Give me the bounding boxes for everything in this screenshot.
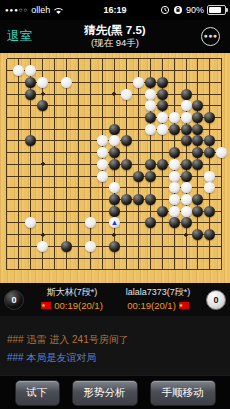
- board-cell-c2r5[interactable]: [25, 112, 37, 124]
- board-cell-c10r8[interactable]: [120, 147, 132, 159]
- board-cell-c14r7[interactable]: [168, 135, 180, 147]
- board-cell-c0r12[interactable]: [1, 194, 13, 206]
- board-cell-c4r8[interactable]: [49, 147, 61, 159]
- board-cell-c12r3[interactable]: [144, 88, 156, 100]
- board-cell-c15r12[interactable]: [180, 194, 192, 206]
- board-cell-c16r1[interactable]: [192, 65, 204, 77]
- board-cell-c18r4[interactable]: [216, 100, 228, 112]
- board-cell-c8r8[interactable]: [97, 147, 109, 159]
- board-cell-c14r1[interactable]: [168, 65, 180, 77]
- board-cell-c13r9[interactable]: [156, 158, 168, 170]
- board-cell-c7r15[interactable]: [85, 229, 97, 241]
- board-cell-c3r0[interactable]: [37, 53, 49, 65]
- board-cell-c7r12[interactable]: [85, 194, 97, 206]
- board-cell-c5r17[interactable]: [61, 252, 73, 264]
- board-cell-c14r18[interactable]: [168, 264, 180, 276]
- board-cell-c17r0[interactable]: [204, 53, 216, 65]
- board-cell-c15r2[interactable]: [180, 76, 192, 88]
- board-cell-c10r15[interactable]: [120, 229, 132, 241]
- board-cell-c12r15[interactable]: [144, 229, 156, 241]
- board-cell-c3r16[interactable]: [37, 241, 49, 253]
- board-cell-c18r14[interactable]: [216, 217, 228, 229]
- board-cell-c18r18[interactable]: [216, 264, 228, 276]
- board-cell-c8r9[interactable]: [97, 158, 109, 170]
- board-cell-c7r11[interactable]: [85, 182, 97, 194]
- board-cell-c16r0[interactable]: [192, 53, 204, 65]
- board-cell-c15r10[interactable]: [180, 170, 192, 182]
- board-cell-c3r8[interactable]: [37, 147, 49, 159]
- board-cell-c17r7[interactable]: [204, 135, 216, 147]
- board-cell-c1r8[interactable]: [13, 147, 25, 159]
- board-cell-c10r13[interactable]: [120, 205, 132, 217]
- board-cell-c4r15[interactable]: [49, 229, 61, 241]
- board-cell-c5r3[interactable]: [61, 88, 73, 100]
- board-cell-c13r15[interactable]: [156, 229, 168, 241]
- board-cell-c1r12[interactable]: [13, 194, 25, 206]
- board-cell-c8r12[interactable]: [97, 194, 109, 206]
- board-cell-c9r5[interactable]: [108, 112, 120, 124]
- board-cell-c17r15[interactable]: [204, 229, 216, 241]
- board-cell-c0r4[interactable]: [1, 100, 13, 112]
- board-cell-c5r6[interactable]: [61, 123, 73, 135]
- board-cell-c15r4[interactable]: [180, 100, 192, 112]
- board-cell-c12r6[interactable]: [144, 123, 156, 135]
- board-cell-c13r0[interactable]: [156, 53, 168, 65]
- board-cell-c3r18[interactable]: [37, 264, 49, 276]
- board-cell-c18r13[interactable]: [216, 205, 228, 217]
- board-cell-c10r17[interactable]: [120, 252, 132, 264]
- board-cell-c14r13[interactable]: [168, 205, 180, 217]
- board-cell-c16r14[interactable]: [192, 217, 204, 229]
- board-cell-c10r11[interactable]: [120, 182, 132, 194]
- board-cell-c9r4[interactable]: [108, 100, 120, 112]
- move-order-button[interactable]: 手顺移动: [150, 380, 216, 406]
- board-cell-c10r16[interactable]: [120, 241, 132, 253]
- board-cell-c5r16[interactable]: [61, 241, 73, 253]
- board-cell-c16r7[interactable]: [192, 135, 204, 147]
- board-cell-c6r2[interactable]: [73, 76, 85, 88]
- board-cell-c15r9[interactable]: [180, 158, 192, 170]
- board-cell-c4r9[interactable]: [49, 158, 61, 170]
- board-cell-c9r10[interactable]: [108, 170, 120, 182]
- board-cell-c5r9[interactable]: [61, 158, 73, 170]
- board-cell-c13r12[interactable]: [156, 194, 168, 206]
- board-cell-c15r0[interactable]: [180, 53, 192, 65]
- board-cell-c14r3[interactable]: [168, 88, 180, 100]
- board-cell-c18r1[interactable]: [216, 65, 228, 77]
- board-cell-c18r6[interactable]: [216, 123, 228, 135]
- board-cell-c9r16[interactable]: [108, 241, 120, 253]
- board-cell-c15r7[interactable]: [180, 135, 192, 147]
- board-cell-c11r2[interactable]: [132, 76, 144, 88]
- board-cell-c0r0[interactable]: [1, 53, 13, 65]
- board-cell-c5r11[interactable]: [61, 182, 73, 194]
- board-cell-c11r9[interactable]: [132, 158, 144, 170]
- board-cell-c14r16[interactable]: [168, 241, 180, 253]
- chat-bubble-icon[interactable]: ●●●: [201, 27, 220, 46]
- board-cell-c5r4[interactable]: [61, 100, 73, 112]
- board-cell-c16r8[interactable]: [192, 147, 204, 159]
- board-cell-c13r5[interactable]: [156, 112, 168, 124]
- board-cell-c12r1[interactable]: [144, 65, 156, 77]
- board-cell-c13r7[interactable]: [156, 135, 168, 147]
- board-cell-c12r2[interactable]: [144, 76, 156, 88]
- board-cell-c2r14[interactable]: [25, 217, 37, 229]
- board-cell-c8r3[interactable]: [97, 88, 109, 100]
- board-cell-c12r12[interactable]: [144, 194, 156, 206]
- board-cell-c18r12[interactable]: [216, 194, 228, 206]
- board-cell-c17r3[interactable]: [204, 88, 216, 100]
- board-cell-c4r14[interactable]: [49, 217, 61, 229]
- board-cell-c4r4[interactable]: [49, 100, 61, 112]
- board-cell-c5r8[interactable]: [61, 147, 73, 159]
- board-cell-c0r11[interactable]: [1, 182, 13, 194]
- board-cell-c9r15[interactable]: [108, 229, 120, 241]
- board-cell-c6r10[interactable]: [73, 170, 85, 182]
- board-cell-c13r4[interactable]: [156, 100, 168, 112]
- board-cell-c1r15[interactable]: [13, 229, 25, 241]
- board-cell-c0r9[interactable]: [1, 158, 13, 170]
- board-cell-c4r10[interactable]: [49, 170, 61, 182]
- board-cell-c11r5[interactable]: [132, 112, 144, 124]
- board-cell-c3r10[interactable]: [37, 170, 49, 182]
- board-cell-c11r10[interactable]: [132, 170, 144, 182]
- board-cell-c3r15[interactable]: [37, 229, 49, 241]
- board-cell-c2r10[interactable]: [25, 170, 37, 182]
- board-cell-c17r11[interactable]: [204, 182, 216, 194]
- board-cell-c16r11[interactable]: [192, 182, 204, 194]
- board-cell-c6r14[interactable]: [73, 217, 85, 229]
- board-cell-c11r15[interactable]: [132, 229, 144, 241]
- board-cell-c16r5[interactable]: [192, 112, 204, 124]
- board-cell-c14r4[interactable]: [168, 100, 180, 112]
- board-cell-c17r1[interactable]: [204, 65, 216, 77]
- board-cell-c4r6[interactable]: [49, 123, 61, 135]
- board-cell-c4r17[interactable]: [49, 252, 61, 264]
- board-cell-c3r7[interactable]: [37, 135, 49, 147]
- board-cell-c7r8[interactable]: [85, 147, 97, 159]
- board-cell-c2r2[interactable]: [25, 76, 37, 88]
- board-cell-c9r0[interactable]: [108, 53, 120, 65]
- board-cell-c16r2[interactable]: [192, 76, 204, 88]
- board-cell-c18r16[interactable]: [216, 241, 228, 253]
- board-cell-c2r3[interactable]: [25, 88, 37, 100]
- board-cell-c0r18[interactable]: [1, 264, 13, 276]
- board-cell-c11r4[interactable]: [132, 100, 144, 112]
- board-cell-c17r5[interactable]: [204, 112, 216, 124]
- board-cell-c0r15[interactable]: [1, 229, 13, 241]
- board-cell-c10r3[interactable]: [120, 88, 132, 100]
- board-cell-c5r7[interactable]: [61, 135, 73, 147]
- board-cell-c13r11[interactable]: [156, 182, 168, 194]
- board-cell-c10r9[interactable]: [120, 158, 132, 170]
- board-cell-c12r16[interactable]: [144, 241, 156, 253]
- board-cell-c11r6[interactable]: [132, 123, 144, 135]
- board-cell-c14r8[interactable]: [168, 147, 180, 159]
- board-cell-c9r17[interactable]: [108, 252, 120, 264]
- board-cell-c9r8[interactable]: [108, 147, 120, 159]
- board-cell-c11r16[interactable]: [132, 241, 144, 253]
- board-cell-c11r0[interactable]: [132, 53, 144, 65]
- board-cell-c7r9[interactable]: [85, 158, 97, 170]
- board-cell-c0r5[interactable]: [1, 112, 13, 124]
- board-cell-c0r14[interactable]: [1, 217, 13, 229]
- board-cell-c8r4[interactable]: [97, 100, 109, 112]
- board-cell-c9r13[interactable]: [108, 205, 120, 217]
- board-cell-c14r15[interactable]: [168, 229, 180, 241]
- board-cell-c1r10[interactable]: [13, 170, 25, 182]
- board-cell-c6r7[interactable]: [73, 135, 85, 147]
- board-cell-c12r9[interactable]: [144, 158, 156, 170]
- board-cell-c0r1[interactable]: [1, 65, 13, 77]
- board-cell-c4r0[interactable]: [49, 53, 61, 65]
- board-cell-c0r10[interactable]: [1, 170, 13, 182]
- board-cell-c18r2[interactable]: [216, 76, 228, 88]
- board-cell-c15r6[interactable]: [180, 123, 192, 135]
- board-cell-c2r13[interactable]: [25, 205, 37, 217]
- board-cell-c9r3[interactable]: [108, 88, 120, 100]
- board-cell-c9r12[interactable]: [108, 194, 120, 206]
- board-cell-c13r3[interactable]: [156, 88, 168, 100]
- board-cell-c16r4[interactable]: [192, 100, 204, 112]
- board-cell-c14r11[interactable]: [168, 182, 180, 194]
- board-cell-c14r10[interactable]: [168, 170, 180, 182]
- board-cell-c6r6[interactable]: [73, 123, 85, 135]
- board-cell-c7r1[interactable]: [85, 65, 97, 77]
- board-cell-c14r2[interactable]: [168, 76, 180, 88]
- board-cell-c6r8[interactable]: [73, 147, 85, 159]
- board-cell-c13r10[interactable]: [156, 170, 168, 182]
- board-cell-c14r9[interactable]: [168, 158, 180, 170]
- board-cell-c4r1[interactable]: [49, 65, 61, 77]
- board-cell-c3r2[interactable]: [37, 76, 49, 88]
- board-cell-c0r2[interactable]: [1, 76, 13, 88]
- board-cell-c5r13[interactable]: [61, 205, 73, 217]
- board-cell-c13r2[interactable]: [156, 76, 168, 88]
- board-cell-c17r2[interactable]: [204, 76, 216, 88]
- board-cell-c12r17[interactable]: [144, 252, 156, 264]
- board-cell-c2r11[interactable]: [25, 182, 37, 194]
- board-cell-c7r18[interactable]: [85, 264, 97, 276]
- board-cell-c8r17[interactable]: [97, 252, 109, 264]
- board-cell-c6r0[interactable]: [73, 53, 85, 65]
- board-cell-c16r12[interactable]: [192, 194, 204, 206]
- board-cell-c12r0[interactable]: [144, 53, 156, 65]
- board-cell-c11r12[interactable]: [132, 194, 144, 206]
- board-cell-c9r2[interactable]: [108, 76, 120, 88]
- board-cell-c9r1[interactable]: [108, 65, 120, 77]
- board-cell-c11r8[interactable]: [132, 147, 144, 159]
- board-cell-c7r6[interactable]: [85, 123, 97, 135]
- board-cell-c17r10[interactable]: [204, 170, 216, 182]
- board-cell-c1r7[interactable]: [13, 135, 25, 147]
- board-cell-c5r0[interactable]: [61, 53, 73, 65]
- board-cell-c6r17[interactable]: [73, 252, 85, 264]
- board-cell-c3r11[interactable]: [37, 182, 49, 194]
- board-cell-c3r4[interactable]: [37, 100, 49, 112]
- board-cell-c9r7[interactable]: [108, 135, 120, 147]
- board-cell-c7r5[interactable]: [85, 112, 97, 124]
- board-cell-c10r10[interactable]: [120, 170, 132, 182]
- board-cell-c2r17[interactable]: [25, 252, 37, 264]
- board-cell-c6r15[interactable]: [73, 229, 85, 241]
- board-cell-c8r14[interactable]: [97, 217, 109, 229]
- board-cell-c2r4[interactable]: [25, 100, 37, 112]
- board-cell-c7r14[interactable]: [85, 217, 97, 229]
- board-cell-c13r6[interactable]: [156, 123, 168, 135]
- board-cell-c4r11[interactable]: [49, 182, 61, 194]
- board-cell-c10r12[interactable]: [120, 194, 132, 206]
- board-cell-c13r14[interactable]: [156, 217, 168, 229]
- board-cell-c7r13[interactable]: [85, 205, 97, 217]
- board-cell-c14r6[interactable]: [168, 123, 180, 135]
- board-cell-c16r16[interactable]: [192, 241, 204, 253]
- board-cell-c1r6[interactable]: [13, 123, 25, 135]
- board-cell-c0r16[interactable]: [1, 241, 13, 253]
- board-cell-c9r18[interactable]: [108, 264, 120, 276]
- board-cell-c15r1[interactable]: [180, 65, 192, 77]
- board-cell-c15r5[interactable]: [180, 112, 192, 124]
- board-cell-c8r18[interactable]: [97, 264, 109, 276]
- board-cell-c5r10[interactable]: [61, 170, 73, 182]
- board-cell-c5r12[interactable]: [61, 194, 73, 206]
- board-cell-c8r2[interactable]: [97, 76, 109, 88]
- board-cell-c18r9[interactable]: [216, 158, 228, 170]
- board-cell-c10r7[interactable]: [120, 135, 132, 147]
- board-cell-c5r18[interactable]: [61, 264, 73, 276]
- board-cell-c12r4[interactable]: [144, 100, 156, 112]
- board-cell-c0r3[interactable]: [1, 88, 13, 100]
- board-cell-c1r2[interactable]: [13, 76, 25, 88]
- board-cell-c11r14[interactable]: [132, 217, 144, 229]
- board-cell-c5r15[interactable]: [61, 229, 73, 241]
- board-cell-c4r12[interactable]: [49, 194, 61, 206]
- exit-room-button[interactable]: 退室: [7, 28, 32, 45]
- board-cell-c1r17[interactable]: [13, 252, 25, 264]
- board-cell-c15r14[interactable]: [180, 217, 192, 229]
- board-cell-c10r0[interactable]: [120, 53, 132, 65]
- board-cell-c12r5[interactable]: [144, 112, 156, 124]
- board-cell-c8r16[interactable]: [97, 241, 109, 253]
- board-cell-c12r14[interactable]: [144, 217, 156, 229]
- board-cell-c17r13[interactable]: [204, 205, 216, 217]
- board-cell-c5r14[interactable]: [61, 217, 73, 229]
- board-cell-c3r3[interactable]: [37, 88, 49, 100]
- board-cell-c0r13[interactable]: [1, 205, 13, 217]
- board-cell-c6r13[interactable]: [73, 205, 85, 217]
- board-cell-c11r17[interactable]: [132, 252, 144, 264]
- board-cell-c6r9[interactable]: [73, 158, 85, 170]
- board-cell-c12r11[interactable]: [144, 182, 156, 194]
- board-cell-c1r5[interactable]: [13, 112, 25, 124]
- board-cell-c7r17[interactable]: [85, 252, 97, 264]
- board-cell-c6r11[interactable]: [73, 182, 85, 194]
- board-cell-c13r18[interactable]: [156, 264, 168, 276]
- board-cell-c4r7[interactable]: [49, 135, 61, 147]
- board-cell-c7r10[interactable]: [85, 170, 97, 182]
- board-cell-c10r14[interactable]: [120, 217, 132, 229]
- board-cell-c16r3[interactable]: [192, 88, 204, 100]
- board-cell-c4r2[interactable]: [49, 76, 61, 88]
- board-cell-c3r17[interactable]: [37, 252, 49, 264]
- board-cell-c13r1[interactable]: [156, 65, 168, 77]
- board-cell-c0r17[interactable]: [1, 252, 13, 264]
- board-cell-c3r5[interactable]: [37, 112, 49, 124]
- board-cell-c10r2[interactable]: [120, 76, 132, 88]
- board-cell-c16r17[interactable]: [192, 252, 204, 264]
- board-cell-c10r4[interactable]: [120, 100, 132, 112]
- board-cell-c16r9[interactable]: [192, 158, 204, 170]
- board-cell-c2r9[interactable]: [25, 158, 37, 170]
- board-cell-c7r7[interactable]: [85, 135, 97, 147]
- board-cell-c6r16[interactable]: [73, 241, 85, 253]
- board-cell-c1r0[interactable]: [13, 53, 25, 65]
- board-cell-c14r12[interactable]: [168, 194, 180, 206]
- board-cell-c17r16[interactable]: [204, 241, 216, 253]
- board-cell-c18r3[interactable]: [216, 88, 228, 100]
- board-cell-c7r2[interactable]: [85, 76, 97, 88]
- board-cell-c3r12[interactable]: [37, 194, 49, 206]
- board-cell-c4r5[interactable]: [49, 112, 61, 124]
- board-cell-c13r17[interactable]: [156, 252, 168, 264]
- board-cell-c18r11[interactable]: [216, 182, 228, 194]
- board-cell-c4r18[interactable]: [49, 264, 61, 276]
- board-cell-c8r7[interactable]: [97, 135, 109, 147]
- board-cell-c12r10[interactable]: [144, 170, 156, 182]
- board-cell-c18r17[interactable]: [216, 252, 228, 264]
- board-cell-c0r8[interactable]: [1, 147, 13, 159]
- board-cell-c10r5[interactable]: [120, 112, 132, 124]
- board-cell-c8r10[interactable]: [97, 170, 109, 182]
- board-cell-c13r13[interactable]: [156, 205, 168, 217]
- board-cell-c9r14[interactable]: ▲: [108, 217, 120, 229]
- go-board[interactable]: ▲: [0, 53, 230, 283]
- board-cell-c16r10[interactable]: [192, 170, 204, 182]
- board-cell-c3r9[interactable]: [37, 158, 49, 170]
- board-cell-c17r18[interactable]: [204, 264, 216, 276]
- board-cell-c2r8[interactable]: [25, 147, 37, 159]
- board-cell-c9r11[interactable]: [108, 182, 120, 194]
- board-cell-c6r18[interactable]: [73, 264, 85, 276]
- board-cell-c14r14[interactable]: [168, 217, 180, 229]
- board-cell-c8r15[interactable]: [97, 229, 109, 241]
- board-cell-c16r6[interactable]: [192, 123, 204, 135]
- board-cell-c1r4[interactable]: [13, 100, 25, 112]
- board-cell-c2r16[interactable]: [25, 241, 37, 253]
- board-cell-c18r7[interactable]: [216, 135, 228, 147]
- board-cell-c18r10[interactable]: [216, 170, 228, 182]
- board-cell-c6r5[interactable]: [73, 112, 85, 124]
- board-cell-c1r3[interactable]: [13, 88, 25, 100]
- board-cell-c4r16[interactable]: [49, 241, 61, 253]
- board-cell-c8r0[interactable]: [97, 53, 109, 65]
- board-cell-c1r11[interactable]: [13, 182, 25, 194]
- board-cell-c3r6[interactable]: [37, 123, 49, 135]
- board-cell-c5r5[interactable]: [61, 112, 73, 124]
- board-cell-c1r14[interactable]: [13, 217, 25, 229]
- board-cell-c11r3[interactable]: [132, 88, 144, 100]
- board-cell-c18r8[interactable]: [216, 147, 228, 159]
- board-cell-c7r3[interactable]: [85, 88, 97, 100]
- board-cell-c10r1[interactable]: [120, 65, 132, 77]
- board-cell-c8r6[interactable]: [97, 123, 109, 135]
- board-cell-c6r12[interactable]: [73, 194, 85, 206]
- board-cell-c6r3[interactable]: [73, 88, 85, 100]
- board-cell-c15r17[interactable]: [180, 252, 192, 264]
- board-cell-c9r9[interactable]: [108, 158, 120, 170]
- board-cell-c3r14[interactable]: [37, 217, 49, 229]
- board-cell-c12r18[interactable]: [144, 264, 156, 276]
